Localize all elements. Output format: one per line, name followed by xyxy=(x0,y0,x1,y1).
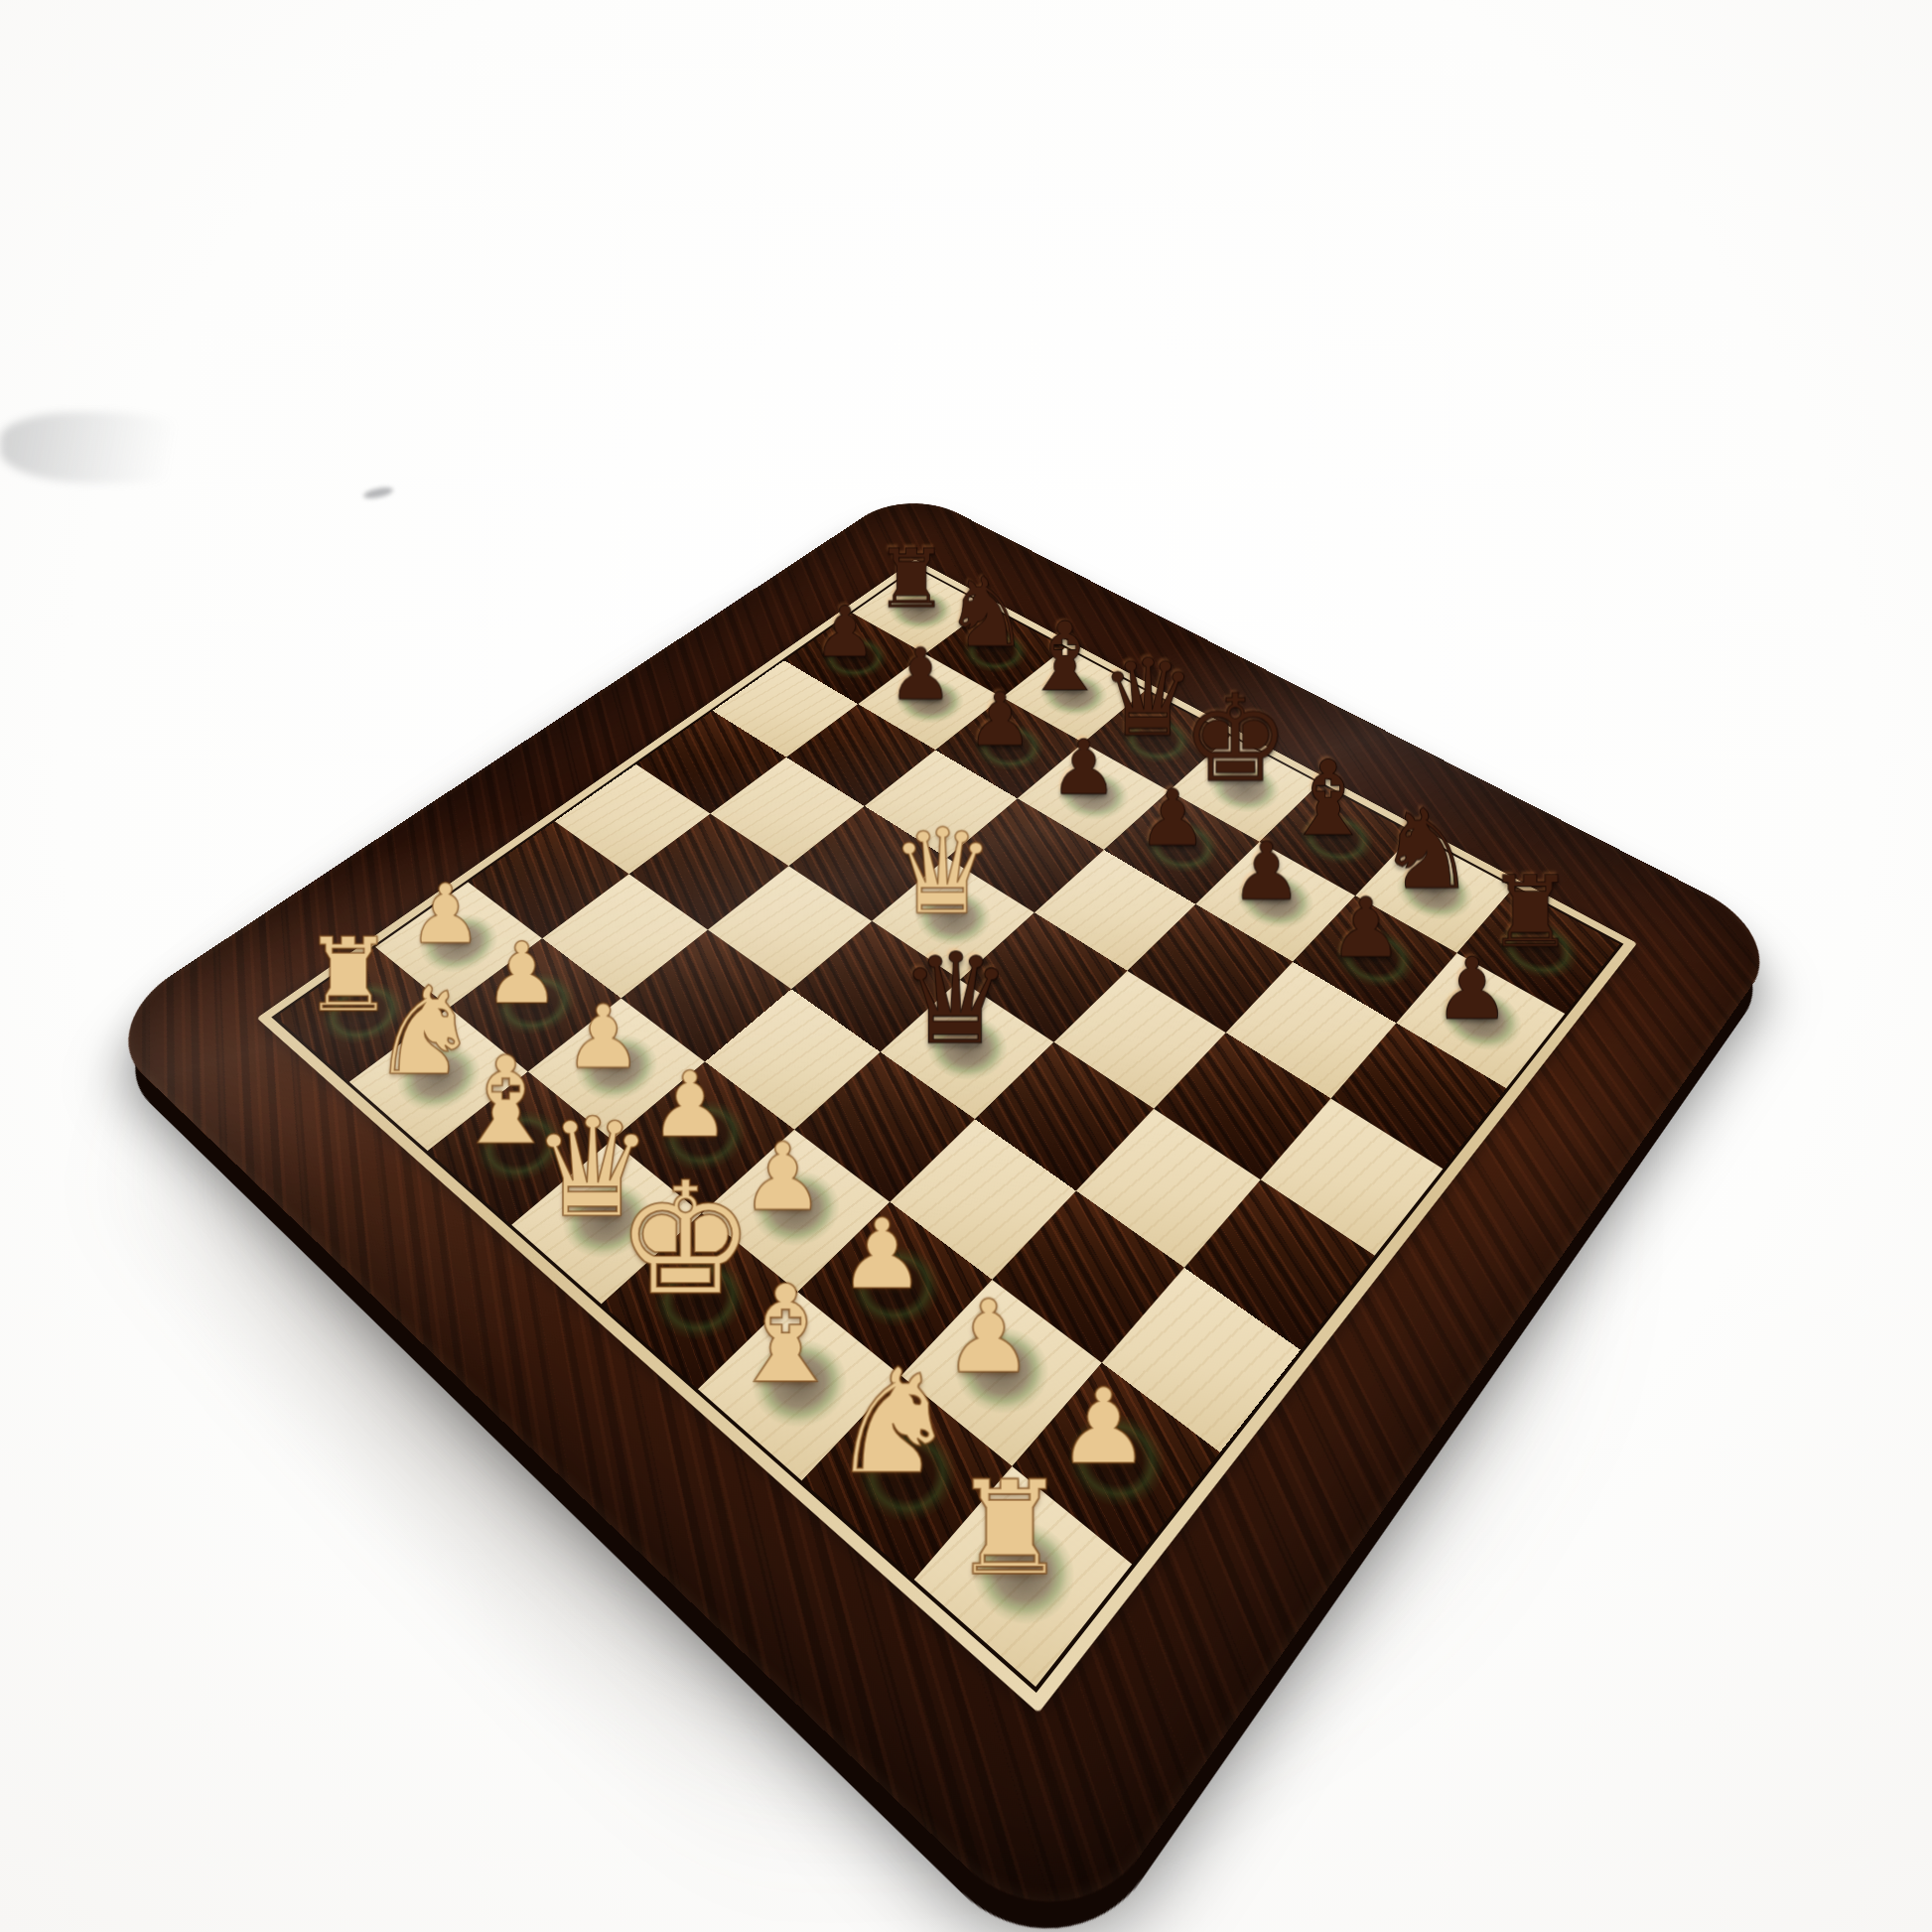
square-h1[interactable]: ♜ xyxy=(914,1466,1133,1687)
white-queen-icon: ♛ xyxy=(890,818,995,926)
scene: ♜♞♝♛♚♝♞♜♟♟♟♟♟♟♟♟♛♛♟♟♟♟♟♟♟♟♜♞♝♛♚♝♞♜ xyxy=(0,0,1932,1932)
piece-white-rook[interactable]: ♜ xyxy=(912,1469,1107,1588)
white-pawn-icon: ♟ xyxy=(1057,1379,1151,1475)
chess-set-photo: ♜♞♝♛♚♝♞♜♟♟♟♟♟♟♟♟♛♛♟♟♟♟♟♟♟♟♜♞♝♛♚♝♞♜ xyxy=(0,0,1932,1932)
chess-board: ♜♞♝♛♚♝♞♜♟♟♟♟♟♟♟♟♛♛♟♟♟♟♟♟♟♟♜♞♝♛♚♝♞♜ xyxy=(93,487,1787,1932)
piece-white-queen[interactable]: ♛ xyxy=(871,818,1016,926)
black-pawn-icon: ♟ xyxy=(1434,950,1510,1029)
black-pawn-icon: ♟ xyxy=(1329,891,1404,967)
white-rook-icon: ♜ xyxy=(951,1469,1067,1588)
piece-black-pawn[interactable]: ♟ xyxy=(1396,950,1549,1029)
piece-black-queen[interactable]: ♛ xyxy=(879,942,1034,1058)
board-frame: ♜♞♝♛♚♝♞♜♟♟♟♟♟♟♟♟♛♛♟♟♟♟♟♟♟♟♜♞♝♛♚♝♞♜ xyxy=(93,487,1787,1932)
black-queen-icon: ♛ xyxy=(899,942,1013,1058)
